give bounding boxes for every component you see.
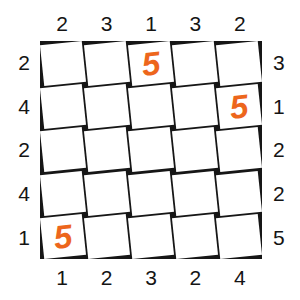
- clue-bottom-5: 4: [218, 267, 262, 288]
- cell-r2c5[interactable]: 5: [216, 84, 262, 129]
- cell-r2c3[interactable]: [128, 84, 174, 129]
- clue-right-4: 2: [273, 183, 285, 204]
- clue-top-1: 2: [40, 13, 84, 34]
- clue-bottom-1: 1: [40, 267, 84, 288]
- cell-r3c5[interactable]: [216, 127, 262, 172]
- cell-r4c4[interactable]: [172, 171, 218, 216]
- cell-r1c1[interactable]: [40, 41, 86, 86]
- cell-r4c1[interactable]: [40, 171, 86, 216]
- clue-left-4: 4: [18, 183, 30, 204]
- cell-r4c2[interactable]: [84, 171, 130, 216]
- skyscrapers-puzzle: 2 3 1 3 2 2 4 2 4 1 3 1 2 2 5 1 2 3 2 4 …: [0, 0, 300, 300]
- cell-r3c2[interactable]: [84, 127, 130, 172]
- cell-r1c4[interactable]: [172, 41, 218, 86]
- cell-r3c1[interactable]: [40, 127, 86, 172]
- clue-bottom-3: 3: [129, 267, 173, 288]
- clue-right-1: 3: [273, 52, 285, 73]
- cell-r4c5[interactable]: [216, 171, 262, 216]
- cell-r2c1[interactable]: [40, 84, 86, 129]
- cell-r5c5[interactable]: [216, 214, 262, 259]
- clue-right-2: 1: [273, 96, 285, 117]
- clues-top: 2 3 1 3 2: [40, 0, 262, 41]
- puzzle-grid: 5 5 5: [40, 41, 262, 259]
- clue-left-2: 4: [18, 96, 30, 117]
- clues-left: 2 4 2 4 1: [0, 41, 40, 259]
- cell-r1c2[interactable]: [84, 41, 130, 86]
- clue-top-2: 3: [84, 13, 128, 34]
- cell-r3c4[interactable]: [172, 127, 218, 172]
- clues-right: 3 1 2 2 5: [262, 41, 300, 259]
- cell-r5c1[interactable]: 5: [40, 214, 86, 259]
- clue-right-5: 5: [273, 227, 285, 248]
- cell-r2c4[interactable]: [172, 84, 218, 129]
- cell-r5c2[interactable]: [84, 214, 130, 259]
- clue-top-5: 2: [218, 13, 262, 34]
- clue-bottom-4: 2: [173, 267, 217, 288]
- clues-bottom: 1 2 3 2 4: [40, 259, 262, 300]
- cell-r4c3[interactable]: [128, 171, 174, 216]
- clue-left-1: 2: [18, 52, 30, 73]
- clue-top-3: 1: [129, 13, 173, 34]
- cell-r5c3[interactable]: [128, 214, 174, 259]
- cell-r1c3[interactable]: 5: [128, 41, 174, 86]
- clue-left-3: 2: [18, 139, 30, 160]
- cell-r2c2[interactable]: [84, 84, 130, 129]
- cell-r3c3[interactable]: [128, 127, 174, 172]
- clue-top-4: 3: [173, 13, 217, 34]
- cell-r1c5[interactable]: [216, 41, 262, 86]
- clue-right-3: 2: [273, 139, 285, 160]
- clue-bottom-2: 2: [84, 267, 128, 288]
- cell-r5c4[interactable]: [172, 214, 218, 259]
- clue-left-5: 1: [18, 227, 30, 248]
